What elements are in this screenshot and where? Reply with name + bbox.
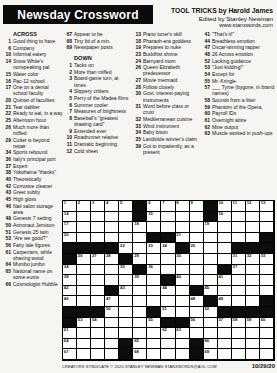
- clue-item-across-66: 66Cosmologist Hubble: [3, 281, 63, 287]
- cell-number: 2: [78, 201, 80, 205]
- grid-cell-2-15[interactable]: [260, 212, 274, 223]
- grid-cell-7-3[interactable]: [91, 265, 105, 276]
- grid-cell-15-4[interactable]: [105, 349, 119, 360]
- grid-cell-10-14[interactable]: [246, 296, 260, 307]
- grid-cell-10-13[interactable]: [232, 296, 246, 307]
- clue-column-4: 41"That's it!"44Breathless emotion47Osca…: [202, 31, 275, 137]
- clue-item-across-38: 38Yokohama "thanks": [3, 169, 63, 175]
- grid-cell-6-7[interactable]: [147, 254, 161, 265]
- clue-item-across-69: 69Newspaper posts: [64, 44, 131, 50]
- cell-number: 62: [162, 328, 167, 332]
- clue-number: 1: [3, 38, 11, 44]
- grid-cell-5-8[interactable]: 24: [161, 243, 175, 254]
- grid-cell-2-9[interactable]: [176, 212, 190, 223]
- grid-cell-13-12[interactable]: [218, 328, 232, 339]
- clue-item-down-60: 60Payroll IDs: [202, 110, 275, 116]
- grid-cell-2-10[interactable]: [190, 212, 204, 223]
- clue-item-down-53: 53"Just kidding!": [202, 64, 275, 70]
- grid-cell-3-2[interactable]: [77, 222, 91, 233]
- grid-cell-13-13[interactable]: [232, 328, 246, 339]
- grid-cell-13-14[interactable]: [246, 328, 260, 339]
- clue-number: 52: [202, 58, 210, 64]
- grid-cell-13-9[interactable]: 63: [176, 328, 190, 339]
- grid-cell-12-6[interactable]: [133, 318, 147, 329]
- grid-cell-15-7[interactable]: [147, 349, 161, 360]
- grid-cell-1-4[interactable]: 4: [105, 201, 119, 212]
- grid-cell-3-6[interactable]: 18: [133, 222, 147, 233]
- grid-cell-6-8[interactable]: [161, 254, 175, 265]
- clue-column-3: 13Piano tuner's skill18Pharaoh-era godde…: [133, 31, 200, 155]
- cell-number: 23: [148, 244, 153, 248]
- grid-cell-4-4[interactable]: [105, 233, 119, 244]
- grid-cell-7-13[interactable]: 37: [232, 265, 246, 276]
- grid-cell-14-7[interactable]: [147, 339, 161, 350]
- clue-number: 28: [133, 84, 141, 90]
- grid-cell-6-4[interactable]: 28: [105, 254, 119, 265]
- grid-cell-15-12[interactable]: [218, 349, 232, 360]
- black-cell-11-3: [91, 307, 105, 318]
- clue-number: 55: [202, 78, 210, 84]
- cell-number: 28: [106, 254, 111, 258]
- cell-number: 24: [162, 244, 167, 248]
- grid-cell-9-7[interactable]: [147, 286, 161, 297]
- grid-cell-1-8[interactable]: 7: [161, 201, 175, 212]
- clue-number: 59: [202, 104, 210, 110]
- clue-item-across-65: 65National name on some euros: [3, 268, 63, 280]
- clue-item-down-32: 32Mediterranean cuisine: [133, 116, 200, 122]
- clue-number: 27: [133, 77, 141, 83]
- grid-cell-9-2[interactable]: [77, 286, 91, 297]
- clue-item-across-53: 53"Are we good?": [3, 235, 63, 241]
- clue-number: 46: [3, 203, 11, 209]
- clue-number: 7: [64, 108, 72, 114]
- clue-item-down-54: 54Except for: [202, 71, 275, 77]
- clue-item-across-14: 14Snow White's nonspeaking pal: [3, 58, 63, 70]
- grid-cell-11-5[interactable]: [119, 307, 133, 318]
- clue-text: Follow closely: [143, 84, 174, 90]
- grid-cell-7-5[interactable]: 35: [119, 265, 133, 276]
- clue-number: 21: [3, 104, 11, 110]
- grid-cell-13-8[interactable]: 62: [161, 328, 175, 339]
- grid-cell-7-4[interactable]: [105, 265, 119, 276]
- grid-cell-6-2[interactable]: 26: [77, 254, 91, 265]
- grid-cell-11-8[interactable]: 51: [161, 307, 175, 318]
- grid-cell-14-15[interactable]: [260, 339, 274, 350]
- grid-cell-9-6[interactable]: [133, 286, 147, 297]
- grid-cell-12-15[interactable]: 60: [260, 318, 274, 329]
- grid-cell-1-5[interactable]: 5: [119, 201, 133, 212]
- grid-cell-1-3[interactable]: 3: [91, 201, 105, 212]
- clue-number: 30: [133, 90, 141, 96]
- clue-item-down-27: 27Movie mermaid: [133, 77, 200, 83]
- grid-cell-14-9[interactable]: [176, 339, 190, 350]
- clue-text: Mine output: [212, 124, 238, 130]
- grid-cell-6-13[interactable]: 31: [232, 254, 246, 265]
- clue-text: Barnyard mom: [143, 58, 176, 64]
- cell-number: 4: [106, 201, 108, 205]
- grid-cell-5-5[interactable]: 22: [119, 243, 133, 254]
- grid-cell-3-8[interactable]: [161, 222, 175, 233]
- clue-item-down-61: 61Overnight attire: [202, 117, 275, 123]
- grid-cell-7-10[interactable]: [190, 265, 204, 276]
- grid-cell-4-5[interactable]: [119, 233, 133, 244]
- grid-cell-7-15[interactable]: [260, 265, 274, 276]
- grid-cell-14-14[interactable]: [246, 339, 260, 350]
- grid-cell-4-14[interactable]: [246, 233, 260, 244]
- grid-cell-15-15[interactable]: [260, 349, 274, 360]
- grid-cell-9-11[interactable]: 45: [204, 286, 218, 297]
- clue-item-down-30: 30Govt. interest-paying instruments: [133, 90, 200, 102]
- clue-text: Good thing to have: [13, 38, 55, 44]
- grid-cell-8-7[interactable]: [147, 275, 161, 286]
- black-cell-4-7: [147, 233, 161, 244]
- clue-item-down-35: 35Landslide winner's claim: [133, 136, 200, 142]
- clue-number: 67: [64, 31, 72, 37]
- clue-item-down-44: 44Breathless emotion: [202, 38, 275, 44]
- clue-item-across-22: 22Ready to eat, in a way: [3, 110, 63, 116]
- clue-number: 51: [3, 229, 11, 235]
- clue-text: Expert: [13, 163, 27, 169]
- grid-cell-6-3[interactable]: 27: [91, 254, 105, 265]
- clue-number: 44: [202, 38, 210, 44]
- grid-cell-12-5[interactable]: [119, 318, 133, 329]
- clue-item-across-15: 15Water color: [3, 71, 63, 77]
- grid-cell-10-2[interactable]: [77, 296, 91, 307]
- clue-number: 62: [202, 124, 210, 130]
- grid-cell-3-10[interactable]: [190, 222, 204, 233]
- clue-number: 48: [202, 51, 210, 57]
- grid-cell-14-12[interactable]: [218, 339, 232, 350]
- grid-cell-4-9[interactable]: 21: [176, 233, 190, 244]
- grid-cell-4-1[interactable]: 20: [63, 233, 77, 244]
- clue-number: 22: [3, 110, 11, 116]
- grid-cell-8-15[interactable]: [260, 275, 274, 286]
- grid-cell-8-9[interactable]: 40: [176, 275, 190, 286]
- grid-cell-8-4[interactable]: [105, 275, 119, 286]
- grid-cell-11-9[interactable]: [176, 307, 190, 318]
- grid-cell-4-3[interactable]: [91, 233, 105, 244]
- cell-number: 10: [219, 201, 224, 205]
- grid-cell-6-12[interactable]: [218, 254, 232, 265]
- clue-text: Tacks on: [74, 62, 94, 68]
- clue-item-across-10: 10Informal eatery: [3, 51, 63, 57]
- grid-cell-5-12[interactable]: [218, 243, 232, 254]
- grid-cell-1-14[interactable]: 12: [246, 201, 260, 212]
- grid-cell-3-15[interactable]: [260, 222, 274, 233]
- black-cell-11-7: [147, 307, 161, 318]
- grid-cell-7-7[interactable]: 36: [147, 265, 161, 276]
- grid-cell-11-10[interactable]: [190, 307, 204, 318]
- clue-number: 65: [3, 268, 11, 274]
- grid-cell-15-8[interactable]: [161, 349, 175, 360]
- grid-cell-6-9[interactable]: 30: [176, 254, 190, 265]
- grid-cell-4-2[interactable]: [77, 233, 91, 244]
- grid-cell-13-7[interactable]: [147, 328, 161, 339]
- grid-cell-8-2[interactable]: [77, 275, 91, 286]
- grid-cell-12-14[interactable]: 59: [246, 318, 260, 329]
- clue-text: Genesis 7 setting: [13, 215, 52, 221]
- grid-cell-4-12[interactable]: [218, 233, 232, 244]
- grid-cell-14-13[interactable]: [232, 339, 246, 350]
- clue-item-down-18: 18Pharaoh-era goddess: [133, 38, 200, 44]
- grid-cell-11-4[interactable]: 50: [105, 307, 119, 318]
- grid-cell-10-9[interactable]: [176, 296, 190, 307]
- grid-cell-2-4[interactable]: [105, 212, 119, 223]
- clue-number: 42: [3, 183, 11, 189]
- grid-cell-3-13[interactable]: [232, 222, 246, 233]
- cell-number: 19: [204, 222, 209, 226]
- clue-item-across-68: 68Tiny bit of a min.: [64, 38, 131, 44]
- clue-number: 37: [3, 163, 11, 169]
- grid-cell-3-14[interactable]: [246, 222, 260, 233]
- clue-number: 2: [64, 69, 72, 75]
- grid-cell-3-7[interactable]: [147, 222, 161, 233]
- clue-text: Astronaut Jemison: [13, 222, 54, 228]
- grid-cell-1-10[interactable]: 9: [190, 201, 204, 212]
- grid-cell-12-10[interactable]: 56: [190, 318, 204, 329]
- grid-cell-14-8[interactable]: [161, 339, 175, 350]
- clue-item-down-3: 3Board-game turn, at times: [64, 75, 131, 87]
- grid-cell-3-5[interactable]: [119, 222, 133, 233]
- grid-cell-10-10[interactable]: 48: [190, 296, 204, 307]
- clue-number: 34: [133, 129, 141, 135]
- grid-cell-6-10[interactable]: [190, 254, 204, 265]
- clue-text: Pharaoh-era goddess: [143, 38, 191, 44]
- grid-cell-15-14[interactable]: [246, 349, 260, 360]
- grid-cell-2-8[interactable]: [161, 212, 175, 223]
- clue-text: Muscle worked in push-ups: [212, 130, 273, 136]
- clue-text: Baby bison: [143, 129, 168, 135]
- clue-item-down-59: 59Phantom of the Opera,: [202, 104, 275, 110]
- grid-cell-1-1[interactable]: 1: [63, 201, 77, 212]
- grid-cell-8-14[interactable]: [246, 275, 260, 286]
- cell-number: 44: [162, 286, 167, 290]
- clue-item-down-1: 1Tacks on: [64, 62, 131, 68]
- grid-cell-3-4[interactable]: [105, 222, 119, 233]
- grid-cell-13-3[interactable]: [91, 328, 105, 339]
- cell-number: 54: [92, 318, 97, 322]
- cell-number: 60: [261, 318, 266, 322]
- grid-cell-3-3[interactable]: [91, 222, 105, 233]
- grid-cell-14-6[interactable]: 65: [133, 339, 147, 350]
- grid-cell-2-13[interactable]: [232, 212, 246, 223]
- clue-number: 10: [64, 134, 72, 140]
- grid-cell-9-9[interactable]: [176, 286, 190, 297]
- clue-text: Ready to eat, in a way: [13, 110, 62, 116]
- clue-text: Perry of the Madea films: [74, 95, 128, 101]
- grid-cell-12-11[interactable]: [204, 318, 218, 329]
- grid-cell-2-5[interactable]: [119, 212, 133, 223]
- clue-text: Yokohama "thanks": [13, 169, 56, 175]
- grid-cell-2-12[interactable]: 16: [218, 212, 232, 223]
- grid-cell-1-12[interactable]: 10: [218, 201, 232, 212]
- clue-item-down-7: 7Measures of brightness: [64, 108, 131, 114]
- clue-text: Quintet of faculties: [13, 97, 54, 103]
- grid-cell-14-4[interactable]: [105, 339, 119, 350]
- grid-cell-7-14[interactable]: [246, 265, 260, 276]
- grid-cell-10-1[interactable]: 46: [63, 296, 77, 307]
- clue-text: Board-game turn, at times: [74, 75, 118, 87]
- grid-cell-4-13[interactable]: [232, 233, 246, 244]
- grid-cell-9-15[interactable]: [260, 286, 274, 297]
- grid-cell-10-7[interactable]: [147, 296, 161, 307]
- clue-item-down-6: 6Summer cooler: [64, 102, 131, 108]
- clue-number: 38: [3, 169, 11, 175]
- grid-cell-13-5[interactable]: [119, 328, 133, 339]
- clue-number: 61: [3, 249, 11, 255]
- grid-cell-10-5[interactable]: [119, 296, 133, 307]
- grid-cell-9-13[interactable]: [232, 286, 246, 297]
- clue-column-2: 67Appear to be68Tiny bit of a min.69News…: [64, 31, 131, 154]
- grid-cell-4-11[interactable]: [204, 233, 218, 244]
- grid-cell-7-11[interactable]: [204, 265, 218, 276]
- grid-cell-10-6[interactable]: [133, 296, 147, 307]
- grid-cell-15-2[interactable]: [77, 349, 91, 360]
- clue-item-down-2: 2More than miffed: [64, 69, 131, 75]
- clue-number: 33: [133, 123, 141, 129]
- grid-cell-6-11[interactable]: [204, 254, 218, 265]
- clue-item-across-50: 50Astronaut Jemison: [3, 222, 63, 228]
- grid-cell-12-12[interactable]: 57: [218, 318, 232, 329]
- grid-cell-9-3[interactable]: [91, 286, 105, 297]
- grid-cell-5-7[interactable]: 23: [147, 243, 161, 254]
- cell-number: 49: [219, 297, 224, 301]
- cell-number: 53: [78, 318, 83, 322]
- clue-item-down-39: 39Got to impatiently, as a present: [133, 143, 200, 155]
- grid-cell-6-15[interactable]: 33: [260, 254, 274, 265]
- cell-number: 59: [247, 318, 252, 322]
- clue-text: Movie mermaid: [143, 77, 177, 83]
- grid-cell-15-13[interactable]: [232, 349, 246, 360]
- clue-text: Genesis 25 twin: [13, 229, 49, 235]
- grid-cell-3-11[interactable]: 19: [204, 222, 218, 233]
- grid-cell-8-13[interactable]: [232, 275, 246, 286]
- clue-text: Cutter is beyond repair: [13, 137, 49, 149]
- grid-cell-1-13[interactable]: 11: [232, 201, 246, 212]
- clue-item-across-46: 46Nail salon storage area: [3, 203, 63, 215]
- clue-item-across-20: 20Quintet of faculties: [3, 97, 63, 103]
- clue-item-across-1: 1Good thing to have: [3, 38, 63, 44]
- clue-text: More than miffed: [74, 69, 111, 75]
- clue-number: 23: [133, 51, 141, 57]
- crossword-grid[interactable]: 1234567891011121314151617181920212223242…: [62, 200, 275, 361]
- clue-item-across-49: 49Genesis 7 setting: [3, 215, 63, 221]
- grid-cell-1-15[interactable]: 13: [260, 201, 274, 212]
- grid-cell-13-2[interactable]: [77, 328, 91, 339]
- grid-cell-1-7[interactable]: 6: [147, 201, 161, 212]
- grid-cell-4-6[interactable]: [133, 233, 147, 244]
- grid-cell-2-3[interactable]: [91, 212, 105, 223]
- grid-cell-15-9[interactable]: [176, 349, 190, 360]
- black-cell-5-1: [63, 243, 77, 254]
- clue-item-across-56: 56Fairy tale figures: [3, 242, 63, 248]
- across-header: ACROSS: [13, 31, 63, 37]
- cell-number: 1: [64, 201, 66, 205]
- clue-item-down-62: 62Mine output: [202, 124, 275, 130]
- grid-cell-8-10[interactable]: [190, 275, 204, 286]
- grid-cell-15-11[interactable]: 69: [204, 349, 218, 360]
- grid-cell-15-6[interactable]: 68: [133, 349, 147, 360]
- clue-number: 25: [3, 117, 11, 123]
- grid-cell-7-2[interactable]: [77, 265, 91, 276]
- cell-number: 7: [162, 201, 164, 205]
- clue-number: 14: [3, 58, 11, 64]
- grid-cell-1-2[interactable]: 2: [77, 201, 91, 212]
- cell-number: 69: [204, 350, 209, 354]
- copyright-line: CREATORS SYNDICATE © 2020 STANLEY NEWMAN…: [62, 364, 217, 369]
- grid-cell-12-13[interactable]: 58: [232, 318, 246, 329]
- cell-number: 32: [247, 254, 252, 258]
- clue-number: 32: [133, 116, 141, 122]
- grid-cell-9-5[interactable]: 43: [119, 286, 133, 297]
- grid-cell-13-4[interactable]: [105, 328, 119, 339]
- grid-cell-15-1[interactable]: 67: [63, 349, 77, 360]
- grid-cell-12-7[interactable]: 55: [147, 318, 161, 329]
- grid-cell-13-10[interactable]: [190, 328, 204, 339]
- clue-number: 8: [64, 115, 72, 121]
- grid-cell-6-6[interactable]: 29: [133, 254, 147, 265]
- grid-cell-10-12[interactable]: 49: [218, 296, 232, 307]
- grid-cell-2-14[interactable]: [246, 212, 260, 223]
- clue-number: 12: [64, 148, 72, 154]
- grid-cell-6-14[interactable]: 32: [246, 254, 260, 265]
- clue-number: 43: [3, 189, 11, 195]
- grid-cell-12-3[interactable]: 54: [91, 318, 105, 329]
- grid-cell-14-3[interactable]: [91, 339, 105, 350]
- grid-cell-14-2[interactable]: [77, 339, 91, 350]
- grid-cell-12-4[interactable]: [105, 318, 119, 329]
- grid-cell-3-12[interactable]: [218, 222, 232, 233]
- black-cell-1-11: [204, 201, 218, 212]
- grid-cell-14-1[interactable]: 64: [63, 339, 77, 350]
- grid-cell-5-11[interactable]: [204, 243, 218, 254]
- grid-cell-8-6[interactable]: 39: [133, 275, 147, 286]
- grid-cell-2-2[interactable]: [77, 212, 91, 223]
- grid-cell-5-10[interactable]: 25: [190, 243, 204, 254]
- grid-cell-9-12[interactable]: [218, 286, 232, 297]
- clue-text: Payroll IDs: [212, 110, 236, 116]
- grid-cell-9-1[interactable]: 42: [63, 286, 77, 297]
- clue-text: Italy's principal port: [13, 156, 56, 162]
- grid-cell-15-3[interactable]: [91, 349, 105, 360]
- grid-cell-14-11[interactable]: 66: [204, 339, 218, 350]
- cell-number: 31: [233, 254, 238, 258]
- grid-cell-11-11[interactable]: 52: [204, 307, 218, 318]
- cell-number: 50: [106, 307, 111, 311]
- grid-cell-9-8[interactable]: 44: [161, 286, 175, 297]
- grid-cell-12-2[interactable]: 53: [77, 318, 91, 329]
- cell-number: 26: [78, 254, 83, 258]
- cell-number: 56: [190, 318, 195, 322]
- grid-cell-7-8[interactable]: [161, 265, 175, 276]
- grid-cell-11-6[interactable]: [133, 307, 147, 318]
- grid-cell-4-10[interactable]: [190, 233, 204, 244]
- clue-text: Much more than miffed: [13, 124, 49, 136]
- clue-item-down-57: 57___ Tyme (bygone, in brand names): [202, 84, 275, 96]
- grid-cell-8-12[interactable]: 41: [218, 275, 232, 286]
- grid-cell-8-3[interactable]: [91, 275, 105, 286]
- clue-item-across-21: 21Tear dabber: [3, 104, 63, 110]
- grid-cell-1-9[interactable]: 8: [176, 201, 190, 212]
- grid-cell-10-3[interactable]: [91, 296, 105, 307]
- clue-text: Slippery critters: [74, 88, 108, 94]
- grid-cell-2-7[interactable]: 15: [147, 212, 161, 223]
- cell-number: 35: [120, 265, 125, 269]
- grid-cell-9-14[interactable]: [246, 286, 260, 297]
- clue-text: High gloss: [13, 196, 36, 202]
- grid-cell-13-15[interactable]: [260, 328, 274, 339]
- cell-number: 18: [134, 222, 139, 226]
